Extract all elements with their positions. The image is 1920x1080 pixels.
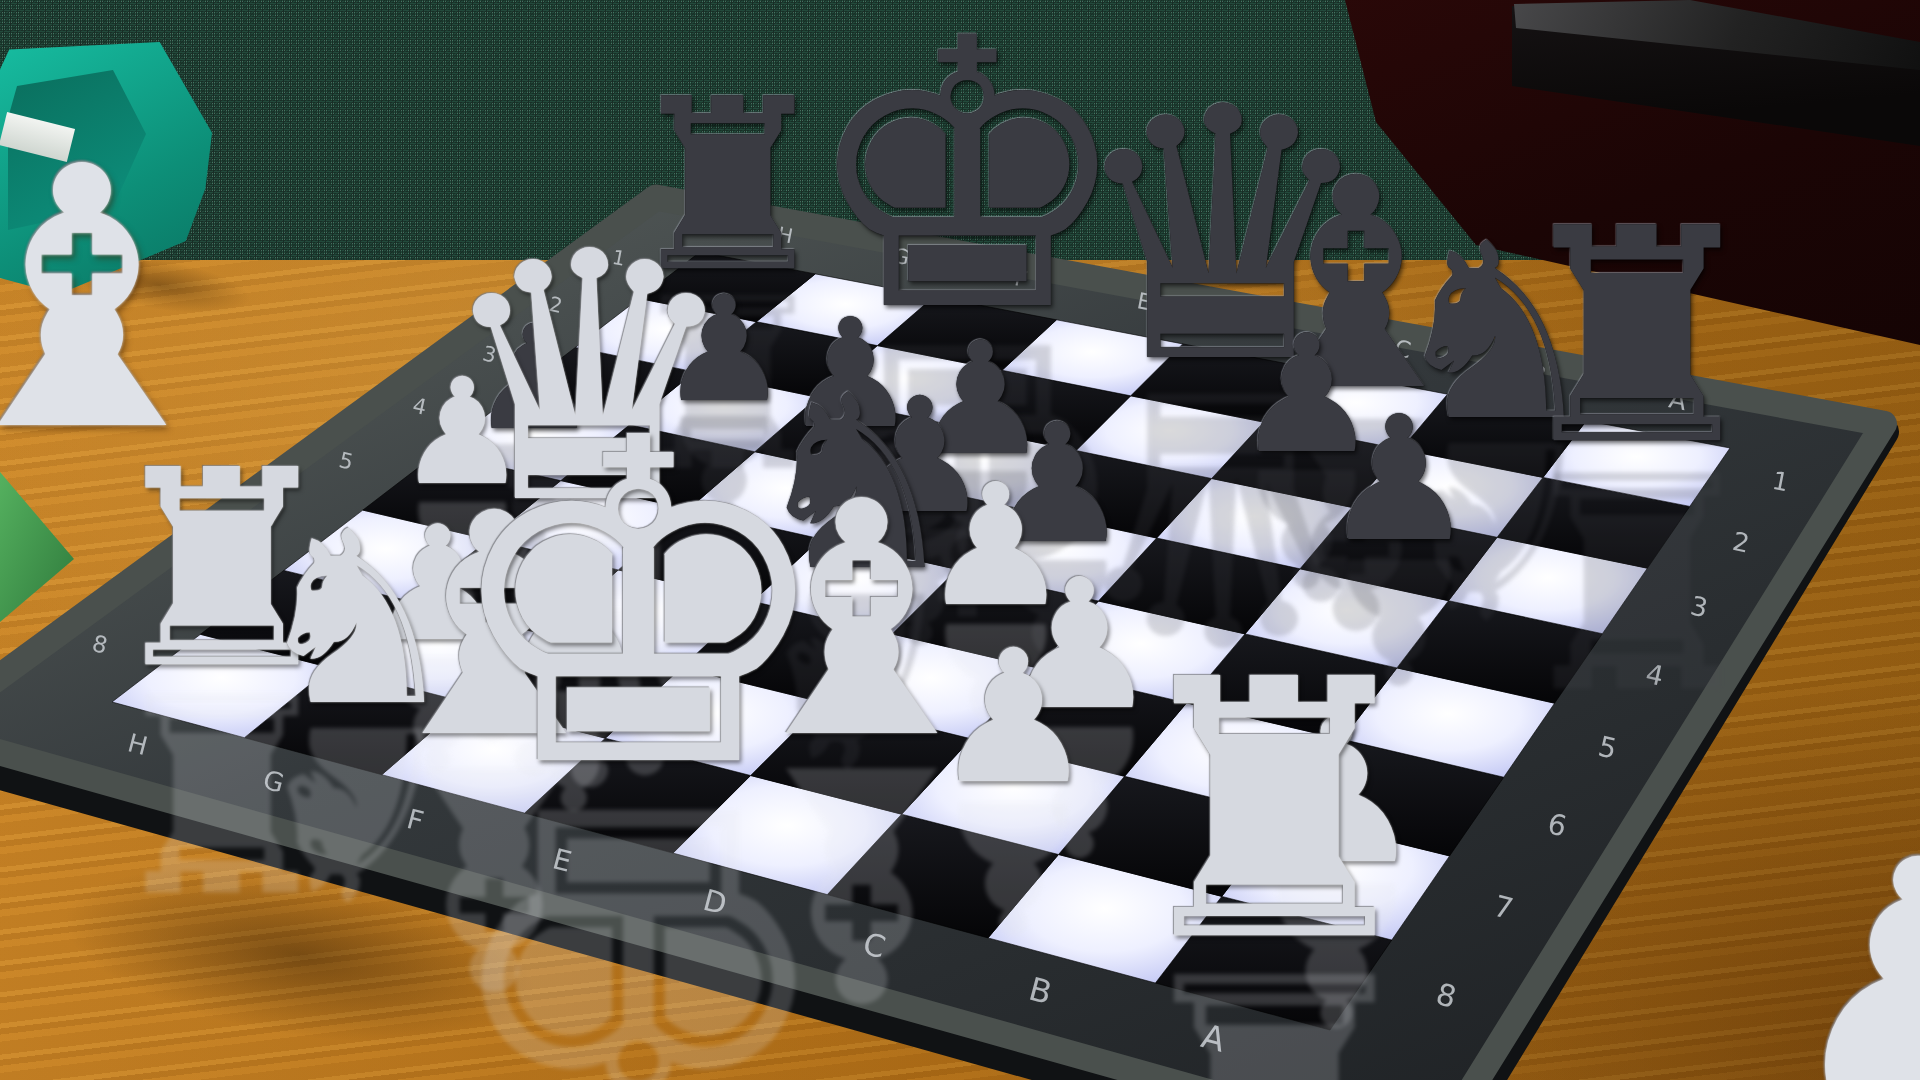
captured-pawn-bottom-right-table[interactable]: ♟ — [1732, 820, 1920, 1080]
piece-black-pawn-b6[interactable]: ♟ — [1296, 394, 1503, 567]
captured-bishop-left-table[interactable]: ♝ — [0, 121, 298, 481]
piece-white-king-e1[interactable]: ♚ — [370, 382, 907, 830]
piece-black-rook-a8[interactable]: ♜ — [1460, 190, 1815, 486]
piece-white-rook-a1[interactable]: ♜ — [1061, 634, 1489, 990]
